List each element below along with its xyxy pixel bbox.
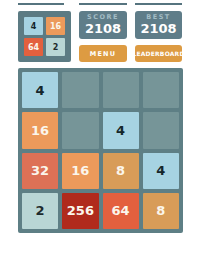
empty-cell [62,72,98,108]
tile-4: 4 [143,153,179,189]
empty-cell [143,112,179,148]
logo-tile-2: 2 [46,38,65,56]
best-box: BEST 2108 [135,11,182,39]
cropped-element-edge [18,3,64,5]
tile-16: 16 [62,153,98,189]
tile-64: 64 [103,193,139,229]
tile-16: 16 [22,112,58,148]
logo-tile-16: 16 [46,17,65,35]
tile-8: 8 [143,193,179,229]
score-box: SCORE 2108 [79,11,127,39]
empty-cell [103,72,139,108]
menu-button[interactable]: MENU [79,45,127,62]
game-board[interactable]: 41643216842256648 [18,68,183,233]
cropped-element-edge [79,3,127,5]
game-logo: 416642 [18,11,71,62]
2048-app: 416642 SCORE 2108 BEST 2108 MENU LEADERB… [0,0,200,266]
logo-tile-4: 4 [24,17,43,35]
leaderboard-button[interactable]: LEADERBOARD [135,45,182,62]
score-value: 2108 [85,22,121,36]
logo-tile-64: 64 [24,38,43,56]
empty-cell [62,112,98,148]
tile-8: 8 [103,153,139,189]
empty-cell [143,72,179,108]
tile-256: 256 [62,193,98,229]
cropped-element-edge [135,3,182,5]
best-value: 2108 [140,22,176,36]
tile-4: 4 [22,72,58,108]
tile-32: 32 [22,153,58,189]
tile-4: 4 [103,112,139,148]
tile-2: 2 [22,193,58,229]
